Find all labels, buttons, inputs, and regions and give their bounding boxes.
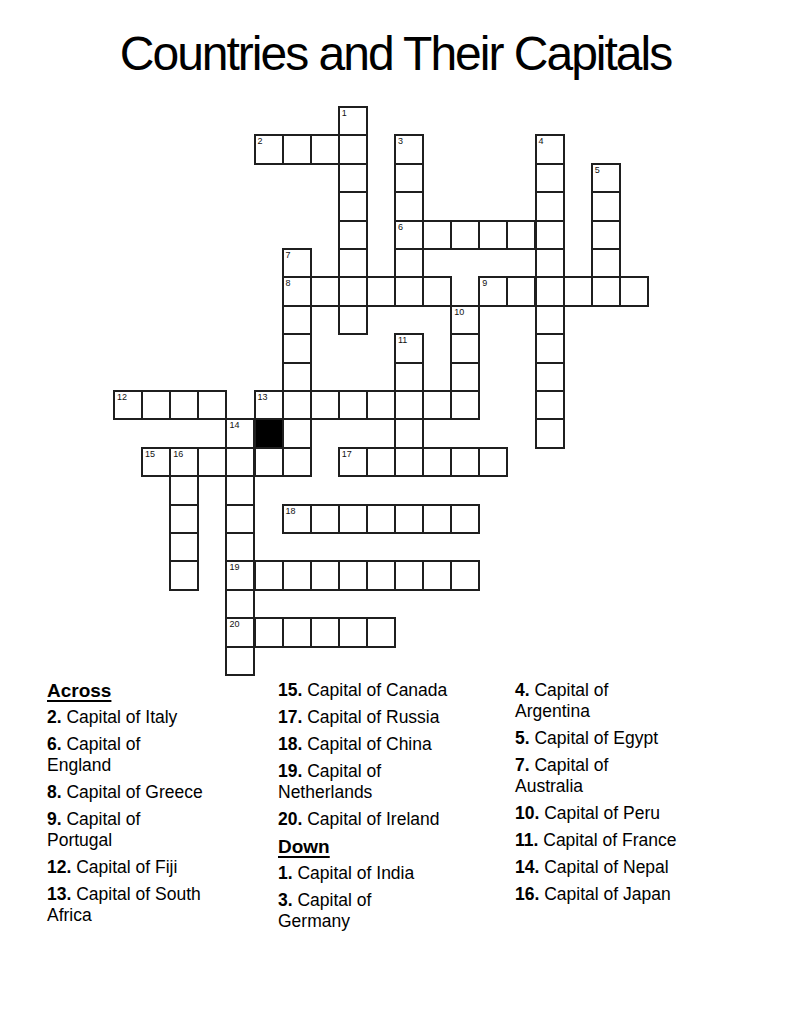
clue-text: Capital of Italy	[66, 707, 177, 727]
cell-r7-c15[interactable]	[535, 305, 565, 335]
cell-r16-c5[interactable]	[254, 560, 284, 590]
cell-number-19: 19	[229, 562, 239, 572]
cell-r6-c10[interactable]	[394, 276, 424, 306]
clues-column-2: 15. Capital of Canada17. Capital of Russ…	[278, 680, 502, 938]
cell-r3-c8[interactable]	[338, 191, 368, 221]
clue-number: 1.	[278, 863, 293, 883]
cell-r13-c2[interactable]	[169, 475, 199, 505]
cell-r16-c9[interactable]	[366, 560, 396, 590]
cell-r6-c13[interactable]: 9	[478, 276, 508, 306]
cell-r8-c12[interactable]	[450, 333, 480, 363]
cell-r3-c15[interactable]	[535, 191, 565, 221]
cell-r11-c4[interactable]: 14	[225, 418, 255, 448]
cell-r10-c9[interactable]	[366, 390, 396, 420]
cell-r12-c6[interactable]	[282, 447, 312, 477]
cell-r5-c17[interactable]	[591, 248, 621, 278]
cell-r6-c7[interactable]	[310, 276, 340, 306]
clue-number: 11.	[515, 830, 538, 850]
clue-text: Capital of Canada	[307, 680, 447, 700]
page-title: Countries and Their Capitals	[0, 26, 791, 81]
cell-r4-c11[interactable]	[422, 220, 452, 250]
cell-r17-c4[interactable]	[225, 589, 255, 619]
cell-r14-c8[interactable]	[338, 504, 368, 534]
cell-r9-c10[interactable]	[394, 362, 424, 392]
cell-r12-c8[interactable]: 17	[338, 447, 368, 477]
clues-column-3: 4. Capital of Argentina5. Capital of Egy…	[515, 680, 727, 911]
clue-across-6: 6. Capital of England	[47, 734, 269, 776]
cell-number-8: 8	[286, 278, 291, 288]
cell-r10-c1[interactable]	[141, 390, 171, 420]
cell-number-4: 4	[539, 136, 544, 146]
cell-r4-c12[interactable]	[450, 220, 480, 250]
cell-r4-c17[interactable]	[591, 220, 621, 250]
clue-number: 2.	[47, 707, 62, 727]
clue-down-1: 1. Capital of India	[278, 863, 502, 884]
clue-across-18: 18. Capital of China	[278, 734, 502, 755]
clue-across-2: 2. Capital of Italy	[47, 707, 269, 728]
cell-r16-c10[interactable]	[394, 560, 424, 590]
clue-across-20: 20. Capital of Ireland	[278, 809, 502, 830]
cell-r16-c11[interactable]	[422, 560, 452, 590]
cell-number-16: 16	[173, 449, 183, 459]
cell-r12-c2[interactable]: 16	[169, 447, 199, 477]
cell-r18-c5[interactable]	[254, 617, 284, 647]
cell-r4-c8[interactable]	[338, 220, 368, 250]
clue-number: 7.	[515, 755, 530, 775]
cell-r5-c15[interactable]	[535, 248, 565, 278]
clue-down-4: 4. Capital of Argentina	[515, 680, 727, 722]
clue-number: 4.	[515, 680, 530, 700]
cell-r16-c8[interactable]	[338, 560, 368, 590]
cell-r10-c7[interactable]	[310, 390, 340, 420]
cell-number-17: 17	[342, 449, 352, 459]
clue-number: 8.	[47, 782, 62, 802]
cell-r7-c8[interactable]	[338, 305, 368, 335]
cell-r4-c15[interactable]	[535, 220, 565, 250]
cell-r12-c3[interactable]	[197, 447, 227, 477]
clue-text: Capital of Greece	[66, 782, 202, 802]
clue-down-14: 14. Capital of Nepal	[515, 857, 727, 878]
cell-number-7: 7	[286, 250, 291, 260]
cell-r4-c13[interactable]	[478, 220, 508, 250]
cell-number-15: 15	[145, 449, 155, 459]
cell-r18-c7[interactable]	[310, 617, 340, 647]
cell-r2-c10[interactable]	[394, 163, 424, 193]
cell-r14-c9[interactable]	[366, 504, 396, 534]
cell-number-1: 1	[342, 108, 347, 118]
cell-r3-c10[interactable]	[394, 191, 424, 221]
clue-number: 10.	[515, 803, 539, 823]
clue-number: 14.	[515, 857, 539, 877]
clue-across-13: 13. Capital of South Africa	[47, 884, 269, 926]
cell-r12-c13[interactable]	[478, 447, 508, 477]
cell-r1-c15[interactable]: 4	[535, 134, 565, 164]
clue-down-7: 7. Capital of Australia	[515, 755, 727, 797]
cell-r10-c2[interactable]	[169, 390, 199, 420]
clue-down-11: 11. Capital of France	[515, 830, 727, 851]
crossword-grid: 1234567891011121314151617181920	[113, 106, 649, 676]
cell-r6-c17[interactable]	[591, 276, 621, 306]
cell-r19-c4[interactable]	[225, 646, 255, 676]
clue-across-19: 19. Capital of Netherlands	[278, 761, 502, 803]
cell-r1-c6[interactable]	[282, 134, 312, 164]
clue-text: Capital of Ireland	[307, 809, 439, 829]
clue-text: Capital of France	[543, 830, 676, 850]
clue-number: 20.	[278, 809, 302, 829]
clue-number: 9.	[47, 809, 62, 829]
cell-r9-c12[interactable]	[450, 362, 480, 392]
cell-r7-c6[interactable]	[282, 305, 312, 335]
cell-r1-c7[interactable]	[310, 134, 340, 164]
clue-down-10: 10. Capital of Peru	[515, 803, 727, 824]
clue-number: 19.	[278, 761, 302, 781]
crossword-worksheet: { "game": "crossword", "title": "Countri…	[0, 0, 791, 1024]
clue-down-3: 3. Capital of Germany	[278, 890, 502, 932]
cell-r6-c15[interactable]	[535, 276, 565, 306]
cell-r10-c0[interactable]: 12	[113, 390, 143, 420]
cell-r14-c6[interactable]: 18	[282, 504, 312, 534]
cell-r18-c6[interactable]	[282, 617, 312, 647]
cell-r10-c6[interactable]	[282, 390, 312, 420]
clue-text: Capital of Fiji	[76, 857, 177, 877]
clue-across-12: 12. Capital of Fiji	[47, 857, 269, 878]
cell-r16-c4[interactable]: 19	[225, 560, 255, 590]
cell-r10-c10[interactable]	[394, 390, 424, 420]
cell-r12-c10[interactable]	[394, 447, 424, 477]
cell-r4-c10[interactable]: 6	[394, 220, 424, 250]
across-heading: Across	[47, 680, 269, 702]
cell-number-12: 12	[117, 392, 127, 402]
cell-r5-c6[interactable]: 7	[282, 248, 312, 278]
cell-r7-c12[interactable]: 10	[450, 305, 480, 335]
cell-number-14: 14	[229, 420, 239, 430]
down-heading: Down	[278, 836, 502, 858]
cell-r9-c15[interactable]	[535, 362, 565, 392]
cell-r11-c6[interactable]	[282, 418, 312, 448]
cell-r11-c10[interactable]	[394, 418, 424, 448]
cell-number-3: 3	[398, 136, 403, 146]
clue-across-8: 8. Capital of Greece	[47, 782, 269, 803]
cell-r6-c9[interactable]	[366, 276, 396, 306]
cell-r3-c17[interactable]	[591, 191, 621, 221]
cell-r12-c12[interactable]	[450, 447, 480, 477]
cell-r5-c8[interactable]	[338, 248, 368, 278]
clue-number: 5.	[515, 728, 530, 748]
cell-r9-c6[interactable]	[282, 362, 312, 392]
clue-down-5: 5. Capital of Egypt	[515, 728, 727, 749]
clue-number: 6.	[47, 734, 62, 754]
clue-text: Capital of Egypt	[534, 728, 658, 748]
black-cell	[254, 418, 284, 448]
cell-r12-c4[interactable]	[225, 447, 255, 477]
cell-r18-c9[interactable]	[366, 617, 396, 647]
cell-r11-c15[interactable]	[535, 418, 565, 448]
cell-r6-c16[interactable]	[563, 276, 593, 306]
cell-r14-c2[interactable]	[169, 504, 199, 534]
cell-r4-c14[interactable]	[506, 220, 536, 250]
cell-r14-c4[interactable]	[225, 504, 255, 534]
cell-r6-c18[interactable]	[619, 276, 649, 306]
cell-r10-c12[interactable]	[450, 390, 480, 420]
cell-r2-c8[interactable]	[338, 163, 368, 193]
clue-down-16: 16. Capital of Japan	[515, 884, 727, 905]
cell-r6-c14[interactable]	[506, 276, 536, 306]
cell-number-13: 13	[258, 392, 268, 402]
cell-r12-c9[interactable]	[366, 447, 396, 477]
cell-r2-c15[interactable]	[535, 163, 565, 193]
cell-r0-c8[interactable]: 1	[338, 106, 368, 136]
cell-r13-c4[interactable]	[225, 475, 255, 505]
clue-text: Capital of South Africa	[47, 884, 201, 925]
cell-number-5: 5	[595, 165, 600, 175]
clue-text: Capital of Peru	[544, 803, 660, 823]
cell-r18-c4[interactable]: 20	[225, 617, 255, 647]
cell-r6-c6[interactable]: 8	[282, 276, 312, 306]
clue-number: 16.	[515, 884, 539, 904]
clue-text: Capital of Japan	[544, 884, 670, 904]
cell-r12-c5[interactable]	[254, 447, 284, 477]
cell-r14-c10[interactable]	[394, 504, 424, 534]
cell-r8-c15[interactable]	[535, 333, 565, 363]
cell-number-9: 9	[482, 278, 487, 288]
cell-number-18: 18	[286, 506, 296, 516]
cell-r14-c11[interactable]	[422, 504, 452, 534]
cell-r18-c8[interactable]	[338, 617, 368, 647]
cell-r15-c4[interactable]	[225, 532, 255, 562]
cell-r14-c7[interactable]	[310, 504, 340, 534]
cell-r15-c2[interactable]	[169, 532, 199, 562]
cell-r16-c12[interactable]	[450, 560, 480, 590]
cell-r10-c15[interactable]	[535, 390, 565, 420]
cell-r14-c12[interactable]	[450, 504, 480, 534]
cell-r1-c5[interactable]: 2	[254, 134, 284, 164]
clue-text: Capital of Nepal	[544, 857, 669, 877]
cell-r6-c8[interactable]	[338, 276, 368, 306]
clue-across-15: 15. Capital of Canada	[278, 680, 502, 701]
clue-text: Capital of Russia	[307, 707, 439, 727]
clue-across-17: 17. Capital of Russia	[278, 707, 502, 728]
cell-r16-c7[interactable]	[310, 560, 340, 590]
cell-r1-c8[interactable]	[338, 134, 368, 164]
cell-r1-c10[interactable]: 3	[394, 134, 424, 164]
cell-r10-c3[interactable]	[197, 390, 227, 420]
cell-number-2: 2	[258, 136, 263, 146]
cell-r12-c11[interactable]	[422, 447, 452, 477]
cell-number-10: 10	[454, 307, 464, 317]
clue-text: Capital of China	[307, 734, 432, 754]
clue-number: 15.	[278, 680, 302, 700]
clue-number: 12.	[47, 857, 71, 877]
cell-number-11: 11	[398, 335, 407, 345]
cell-r10-c8[interactable]	[338, 390, 368, 420]
clue-number: 3.	[278, 890, 293, 910]
clue-across-9: 9. Capital of Portugal	[47, 809, 269, 851]
clue-number: 13.	[47, 884, 71, 904]
cell-r10-c5[interactable]: 13	[254, 390, 284, 420]
cell-r8-c10[interactable]: 11	[394, 333, 424, 363]
cell-r16-c2[interactable]	[169, 560, 199, 590]
clue-text: Capital of India	[297, 863, 414, 883]
clue-number: 18.	[278, 734, 302, 754]
cell-r2-c17[interactable]: 5	[591, 163, 621, 193]
clues-column-1: Across2. Capital of Italy6. Capital of E…	[47, 680, 269, 932]
cell-r12-c1[interactable]: 15	[141, 447, 171, 477]
cell-r16-c6[interactable]	[282, 560, 312, 590]
cell-number-20: 20	[229, 619, 239, 629]
cell-r6-c11[interactable]	[422, 276, 452, 306]
cell-r5-c10[interactable]	[394, 248, 424, 278]
cell-r10-c11[interactable]	[422, 390, 452, 420]
cell-r8-c6[interactable]	[282, 333, 312, 363]
cell-number-6: 6	[398, 222, 403, 232]
clue-number: 17.	[278, 707, 302, 727]
